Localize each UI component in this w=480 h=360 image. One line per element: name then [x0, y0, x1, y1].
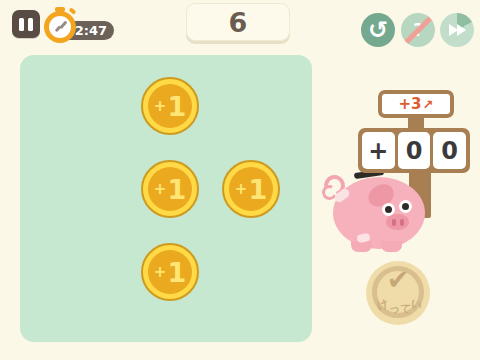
coin-label: +	[154, 99, 167, 114]
pig-leg	[381, 241, 402, 252]
coin-label: +	[235, 182, 248, 197]
pig-leg	[351, 241, 372, 252]
target-number: 6	[229, 7, 248, 38]
timer-value: 2:47	[75, 23, 107, 38]
board-cell	[60, 77, 141, 160]
board-cell	[222, 243, 303, 326]
bonus-value: +3	[399, 95, 422, 113]
pause-icon	[28, 18, 33, 31]
board-cell: +1	[141, 243, 222, 326]
confirm-label: け っ て い	[366, 261, 430, 325]
hint-button-disabled[interactable]: ?	[401, 13, 435, 47]
counter-digit: +	[362, 132, 395, 169]
confirm-button[interactable]: ✔ け っ て い	[366, 261, 430, 325]
fast-forward-icon	[457, 24, 466, 36]
restart-icon: ↺	[368, 16, 388, 44]
pause-icon	[19, 18, 24, 31]
game-screen: 2:47 6 ↺ ? +1	[0, 0, 480, 360]
restart-button[interactable]: ↺	[361, 13, 395, 47]
bank-counter-sign: + 0 0	[358, 128, 470, 173]
coin-plus-one[interactable]: +1	[222, 160, 280, 218]
board-cell	[60, 243, 141, 326]
pause-button[interactable]	[12, 10, 40, 38]
stopwatch-icon	[44, 11, 76, 43]
board-cell	[60, 160, 141, 243]
piggy-bank	[320, 165, 450, 260]
pig-eye	[399, 200, 412, 213]
up-arrow-icon: ↗	[423, 97, 434, 112]
coin-plus-one[interactable]: +1	[141, 160, 199, 218]
coin-label: +	[154, 182, 167, 197]
bonus-sign: +3 ↗	[378, 90, 454, 118]
coin-plus-one[interactable]: +1	[141, 77, 199, 135]
coin-board: +1 +1 +1 +1	[20, 55, 312, 342]
counter-digit: 0	[398, 132, 431, 169]
coin-label: +	[154, 265, 167, 280]
pig-snout	[386, 214, 409, 230]
board-cell: +1	[141, 77, 222, 160]
board-cell: +1	[222, 160, 303, 243]
counter-digit: 0	[433, 132, 466, 169]
board-cell: +1	[141, 160, 222, 243]
target-number-display: 6	[186, 3, 290, 41]
disabled-slash-icon	[402, 14, 434, 46]
fast-forward-button[interactable]	[440, 13, 474, 47]
board-cell	[222, 77, 303, 160]
coin-plus-one[interactable]: +1	[141, 243, 199, 301]
